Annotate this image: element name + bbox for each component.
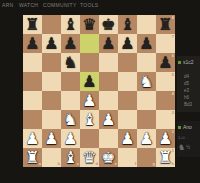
coord-file-f: f [135, 162, 136, 166]
square-f3[interactable] [118, 110, 137, 129]
square-f2[interactable]: ♟ [118, 129, 137, 148]
square-c6[interactable]: ♞ [61, 53, 80, 72]
square-d4[interactable]: ♟ [80, 91, 99, 110]
piece-white-king-e1[interactable]: ♚ [101, 148, 115, 167]
piece-white-pawn-e3[interactable]: ♟ [101, 110, 115, 129]
square-a7[interactable]: ♟ [23, 34, 42, 53]
square-b1[interactable]: b [42, 148, 61, 167]
square-a3[interactable] [23, 110, 42, 129]
piece-white-pawn-d4[interactable]: ♟ [82, 91, 96, 110]
coord-file-a: a [39, 162, 41, 166]
piece-white-bishop-d3[interactable]: ♝ [82, 110, 96, 129]
square-a1[interactable]: a♜ [23, 148, 42, 167]
square-e6[interactable] [99, 53, 118, 72]
piece-black-pawn-d5[interactable]: ♟ [82, 72, 96, 91]
piece-white-pawn-a2[interactable]: ♟ [25, 129, 39, 148]
move-list-item[interactable]: e3 [184, 87, 192, 94]
square-d7[interactable] [80, 34, 99, 53]
square-h3[interactable]: 3 [156, 110, 175, 129]
square-g7[interactable]: ♟ [137, 34, 156, 53]
piece-black-pawn-a7[interactable]: ♟ [25, 34, 39, 53]
move-list-item[interactable]: Bd3 [184, 101, 192, 108]
piece-white-rook-h1[interactable]: ♜ [158, 148, 172, 167]
square-d8[interactable]: ♛ [80, 15, 99, 34]
square-e2[interactable] [99, 129, 118, 148]
right-sidebar: s1c2 d4d5e3h6Bd3 Ano 1+0 ♞ ½ [177, 0, 200, 183]
piece-black-pawn-b7[interactable]: ♟ [44, 34, 58, 53]
square-f4[interactable] [118, 91, 137, 110]
square-g1[interactable]: g [137, 148, 156, 167]
player-top-name: s1c2 [183, 59, 194, 65]
square-g8[interactable] [137, 15, 156, 34]
piece-black-bishop-f8[interactable]: ♝ [120, 15, 134, 34]
square-e7[interactable]: ♟ [99, 34, 118, 53]
coord-rank-1: 1 [172, 149, 174, 153]
square-e5[interactable] [99, 72, 118, 91]
piece-white-pawn-f2[interactable]: ♟ [120, 129, 134, 148]
piece-white-knight-c3[interactable]: ♞ [63, 110, 77, 129]
move-list-item[interactable]: d4 [184, 73, 192, 80]
menu-item-learn[interactable]: ARN [2, 3, 13, 8]
piece-black-pawn-h6[interactable]: ♟ [158, 53, 172, 72]
coord-rank-7: 7 [172, 35, 174, 39]
player-bottom-name: Ano [183, 124, 192, 130]
player-top-row[interactable]: s1c2 [178, 59, 200, 65]
square-b8[interactable] [42, 15, 61, 34]
square-c3[interactable]: ♞ [61, 110, 80, 129]
square-b3[interactable] [42, 110, 61, 129]
square-h1[interactable]: 1h♜ [156, 148, 175, 167]
coord-file-h: h [172, 162, 174, 166]
square-g2[interactable]: ♟ [137, 129, 156, 148]
menu-item-watch[interactable]: WATCH [19, 3, 38, 8]
square-h8[interactable]: 8♜ [156, 15, 175, 34]
square-f1[interactable]: f [118, 148, 137, 167]
square-b4[interactable] [42, 91, 61, 110]
square-b7[interactable]: ♟ [42, 34, 61, 53]
square-b2[interactable]: ♟ [42, 129, 61, 148]
knight-icon: ♞ [178, 143, 185, 152]
coord-rank-2: 2 [172, 130, 174, 134]
chess-board[interactable]: ♜♝♛♚♝8♜♟♟♟♟♟♟7♞6♟♟♞5♟4♞♝♟3♟♟♟♟♟2♟a♜bc♝d♛… [23, 15, 175, 167]
square-h2[interactable]: 2♟ [156, 129, 175, 148]
piece-black-rook-a8[interactable]: ♜ [25, 15, 39, 34]
piece-black-queen-d8[interactable]: ♛ [82, 15, 96, 34]
capture-row: ♞ ½ [178, 143, 190, 152]
piece-white-bishop-c1[interactable]: ♝ [63, 148, 77, 167]
online-dot-icon [178, 126, 181, 129]
square-h5[interactable]: 5 [156, 72, 175, 91]
coord-file-e: e [115, 162, 117, 166]
coord-file-g: g [153, 162, 155, 166]
result-label: ½ [186, 145, 190, 150]
piece-white-rook-a1[interactable]: ♜ [25, 148, 39, 167]
square-e4[interactable] [99, 91, 118, 110]
piece-black-knight-c6[interactable]: ♞ [63, 53, 77, 72]
square-d2[interactable] [80, 129, 99, 148]
piece-black-pawn-e7[interactable]: ♟ [101, 34, 115, 53]
square-c7[interactable]: ♟ [61, 34, 80, 53]
coord-rank-3: 3 [172, 111, 174, 115]
move-list-item[interactable]: h6 [184, 94, 192, 101]
piece-white-queen-d1[interactable]: ♛ [82, 148, 96, 167]
coord-file-c: c [77, 162, 79, 166]
online-dot-icon [178, 61, 181, 64]
square-f5[interactable] [118, 72, 137, 91]
coord-file-d: d [96, 162, 98, 166]
square-d5[interactable]: ♟ [80, 72, 99, 91]
top-menu-bar: ARN WATCH COMMUNITY TOOLS [0, 0, 200, 12]
square-d6[interactable] [80, 53, 99, 72]
coord-rank-6: 6 [172, 54, 174, 58]
sidebar-top-panel: s1c2 d4d5e3h6Bd3 [177, 56, 200, 112]
piece-black-pawn-g7[interactable]: ♟ [139, 34, 153, 53]
piece-white-pawn-b2[interactable]: ♟ [44, 129, 58, 148]
time-control-label: 1+0 [178, 135, 185, 140]
square-b6[interactable] [42, 53, 61, 72]
square-g3[interactable] [137, 110, 156, 129]
square-a6[interactable] [23, 53, 42, 72]
square-e8[interactable]: ♚ [99, 15, 118, 34]
square-c4[interactable] [61, 91, 80, 110]
piece-white-pawn-c2[interactable]: ♟ [63, 129, 77, 148]
coord-rank-8: 8 [172, 16, 174, 20]
piece-black-pawn-c7[interactable]: ♟ [63, 34, 77, 53]
square-f8[interactable]: ♝ [118, 15, 137, 34]
piece-white-knight-g5[interactable]: ♞ [139, 72, 153, 91]
sidebar-bottom-panel: Ano 1+0 ♞ ½ [177, 121, 200, 157]
square-g4[interactable] [137, 91, 156, 110]
square-c8[interactable]: ♝ [61, 15, 80, 34]
square-f7[interactable]: ♟ [118, 34, 137, 53]
piece-black-rook-h8[interactable]: ♜ [158, 15, 172, 34]
piece-black-pawn-f7[interactable]: ♟ [120, 34, 134, 53]
square-d1[interactable]: d♛ [80, 148, 99, 167]
piece-white-pawn-g2[interactable]: ♟ [139, 129, 153, 148]
move-list-item[interactable]: d5 [184, 80, 192, 87]
square-b5[interactable] [42, 72, 61, 91]
coord-file-b: b [58, 162, 60, 166]
square-d3[interactable]: ♝ [80, 110, 99, 129]
square-c1[interactable]: c♝ [61, 148, 80, 167]
move-list: d4d5e3h6Bd3 [184, 73, 192, 108]
player-bottom-row[interactable]: Ano [178, 124, 200, 130]
square-a5[interactable] [23, 72, 42, 91]
square-g5[interactable]: ♞ [137, 72, 156, 91]
square-c2[interactable]: ♟ [61, 129, 80, 148]
piece-black-bishop-c8[interactable]: ♝ [63, 15, 77, 34]
square-e3[interactable]: ♟ [99, 110, 118, 129]
square-f6[interactable] [118, 53, 137, 72]
menu-item-tools[interactable]: TOOLS [80, 3, 98, 8]
square-c5[interactable] [61, 72, 80, 91]
square-h6[interactable]: 6♟ [156, 53, 175, 72]
coord-rank-5: 5 [172, 73, 174, 77]
square-h7[interactable]: 7 [156, 34, 175, 53]
square-a4[interactable] [23, 91, 42, 110]
menu-item-community[interactable]: COMMUNITY [43, 3, 77, 8]
piece-white-pawn-h2[interactable]: ♟ [158, 129, 172, 148]
square-a8[interactable]: ♜ [23, 15, 42, 34]
square-h4[interactable]: 4 [156, 91, 175, 110]
square-g6[interactable] [137, 53, 156, 72]
square-a2[interactable]: ♟ [23, 129, 42, 148]
piece-black-king-e8[interactable]: ♚ [101, 15, 115, 34]
square-e1[interactable]: e♚ [99, 148, 118, 167]
coord-rank-4: 4 [172, 92, 174, 96]
